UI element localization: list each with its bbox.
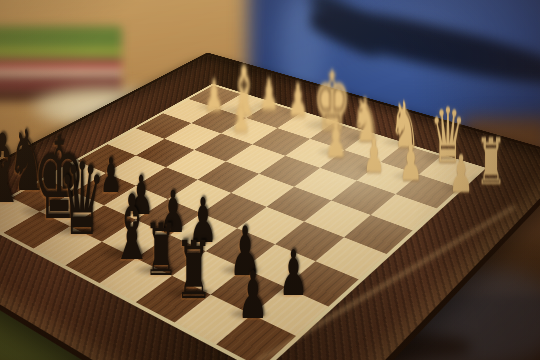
white-pawn-e2: ♟ (324, 116, 349, 164)
white-pawn-b2: ♟ (231, 98, 252, 138)
black-rook-g8: ♜ (173, 231, 215, 311)
white-pawn-f2: ♟ (362, 133, 386, 179)
black-pawn-h7: ♟ (277, 242, 310, 305)
white-rook-h1: ♜ (474, 130, 507, 194)
pieces-layer: ♟♟♝♟♚♟♞♞♟♛♟♟♜♞♟♟♝♟♚♟♛♟♝♜♟♟♜♟ (0, 0, 540, 360)
white-pawn-h2: ♟ (447, 148, 474, 200)
photo-stage: ♟♟♝♟♚♟♞♞♟♛♟♟♜♞♟♟♝♟♚♟♛♟♝♜♟♟♜♟ Wooden Stau… (0, 0, 540, 360)
black-queen-d8: ♛ (56, 150, 108, 250)
black-bishop-a8: ♝ (0, 122, 27, 217)
white-pawn-g2: ♟ (398, 138, 424, 188)
black-pawn-g7: ♟ (236, 263, 270, 329)
white-pawn-d2: ♟ (286, 77, 310, 123)
